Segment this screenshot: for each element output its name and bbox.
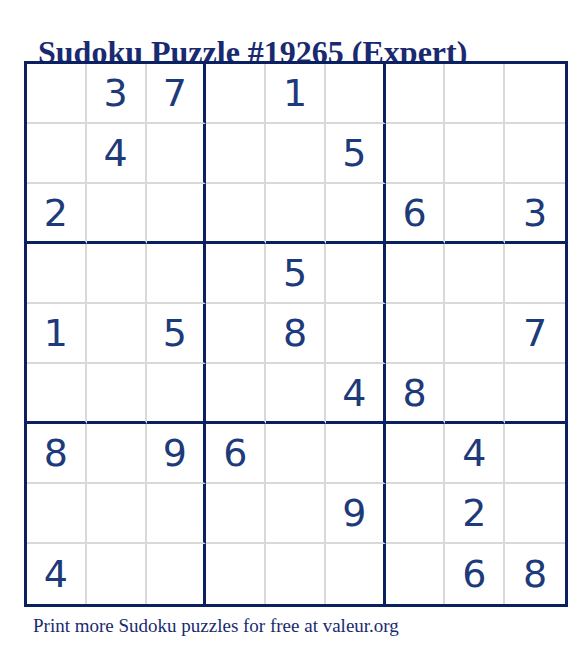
sudoku-cell-r4c6 [326,244,386,304]
sudoku-cell-r6c2 [87,364,147,424]
sudoku-cell-r1c5: 1 [266,64,326,124]
sudoku-cell-r5c9: 7 [505,304,565,364]
sudoku-cell-r3c4 [206,184,266,244]
sudoku-cell-r6c9 [505,364,565,424]
sudoku-cell-r1c7 [386,64,446,124]
sudoku-cell-r9c1: 4 [27,544,87,604]
sudoku-cell-r8c3 [147,484,207,544]
sudoku-cell-r3c7: 6 [386,184,446,244]
sudoku-cell-r2c7 [386,124,446,184]
sudoku-cell-r8c7 [386,484,446,544]
sudoku-cell-r2c4 [206,124,266,184]
sudoku-cell-r8c1 [27,484,87,544]
sudoku-cell-r9c8: 6 [445,544,505,604]
sudoku-cell-r4c8 [445,244,505,304]
sudoku-cell-r4c4 [206,244,266,304]
sudoku-cell-r5c7 [386,304,446,364]
sudoku-cell-r9c4 [206,544,266,604]
sudoku-cell-r2c3 [147,124,207,184]
sudoku-cell-r5c8 [445,304,505,364]
sudoku-cell-r7c3: 9 [147,424,207,484]
sudoku-cell-r9c2 [87,544,147,604]
footer-text: Print more Sudoku puzzles for free at va… [33,615,399,637]
sudoku-cell-r6c8 [445,364,505,424]
sudoku-cell-r2c5 [266,124,326,184]
sudoku-cell-r7c5 [266,424,326,484]
sudoku-cell-r1c6 [326,64,386,124]
sudoku-cell-r9c9: 8 [505,544,565,604]
sudoku-cell-r8c5 [266,484,326,544]
sudoku-cell-r5c5: 8 [266,304,326,364]
sudoku-cell-r7c4: 6 [206,424,266,484]
sudoku-cell-r1c9 [505,64,565,124]
sudoku-cell-r4c1 [27,244,87,304]
sudoku-cell-r2c2: 4 [87,124,147,184]
sudoku-cell-r8c9 [505,484,565,544]
sudoku-cell-r4c9 [505,244,565,304]
sudoku-cell-r7c7 [386,424,446,484]
sudoku-cell-r2c8 [445,124,505,184]
sudoku-cell-r6c4 [206,364,266,424]
sudoku-cell-r8c8: 2 [445,484,505,544]
sudoku-cell-r4c5: 5 [266,244,326,304]
sudoku-cell-r5c6 [326,304,386,364]
sudoku-cell-r7c2 [87,424,147,484]
sudoku-cell-r2c9 [505,124,565,184]
sudoku-cell-r6c6: 4 [326,364,386,424]
sudoku-cell-r7c9 [505,424,565,484]
sudoku-cell-r5c1: 1 [27,304,87,364]
sudoku-cell-r6c1 [27,364,87,424]
sudoku-cell-r8c6: 9 [326,484,386,544]
sudoku-cell-r9c3 [147,544,207,604]
sudoku-cell-r4c3 [147,244,207,304]
sudoku-cell-r5c2 [87,304,147,364]
sudoku-cell-r8c4 [206,484,266,544]
sudoku-cell-r3c8 [445,184,505,244]
sudoku-cell-r1c3: 7 [147,64,207,124]
sudoku-cell-r4c2 [87,244,147,304]
sudoku-cell-r3c5 [266,184,326,244]
sudoku-cell-r2c6: 5 [326,124,386,184]
sudoku-cell-r7c6 [326,424,386,484]
sudoku-cell-r3c1: 2 [27,184,87,244]
sudoku-cell-r2c1 [27,124,87,184]
sudoku-cell-r3c6 [326,184,386,244]
sudoku-cell-r5c4 [206,304,266,364]
sudoku-cell-r3c2 [87,184,147,244]
sudoku-cell-r9c6 [326,544,386,604]
sudoku-cell-r9c7 [386,544,446,604]
sudoku-cell-r5c3: 5 [147,304,207,364]
sudoku-cell-r7c1: 8 [27,424,87,484]
sudoku-cell-r6c5 [266,364,326,424]
sudoku-cell-r1c4 [206,64,266,124]
sudoku-cell-r4c7 [386,244,446,304]
sudoku-cell-r6c7: 8 [386,364,446,424]
sudoku-cell-r6c3 [147,364,207,424]
sudoku-cell-r1c2: 3 [87,64,147,124]
sudoku-cell-r1c8 [445,64,505,124]
sudoku-cell-r1c1 [27,64,87,124]
sudoku-board: 371452635158748896492468 [24,61,568,607]
sudoku-cell-r3c9: 3 [505,184,565,244]
sudoku-cell-r3c3 [147,184,207,244]
sudoku-cell-r7c8: 4 [445,424,505,484]
sudoku-cell-r8c2 [87,484,147,544]
sudoku-cell-r9c5 [266,544,326,604]
